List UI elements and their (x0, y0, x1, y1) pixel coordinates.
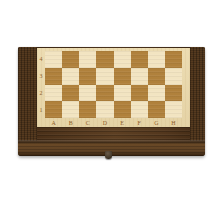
square-h1 (165, 101, 182, 118)
square-f4 (131, 51, 148, 68)
rank-label-3: 3 (37, 68, 45, 85)
chess-box-lid: 4321 ABCDEFGH (18, 47, 205, 156)
square-d2 (96, 85, 113, 102)
square-a3 (45, 68, 62, 85)
walnut-frame-left (18, 47, 37, 141)
square-b4 (62, 51, 79, 68)
product-photo: 4321 ABCDEFGH (0, 0, 220, 220)
file-label-c: C (79, 118, 96, 127)
square-a1 (45, 101, 62, 118)
square-e3 (114, 68, 131, 85)
square-g1 (148, 101, 165, 118)
square-f3 (131, 68, 148, 85)
square-h4 (165, 51, 182, 68)
square-d3 (96, 68, 113, 85)
rank-labels: 4321 (37, 51, 45, 118)
square-e2 (114, 85, 131, 102)
board-panel: 4321 ABCDEFGH (37, 48, 190, 127)
file-label-f: F (131, 118, 148, 127)
rank-label-4: 4 (37, 51, 45, 68)
square-a4 (45, 51, 62, 68)
square-c2 (79, 85, 96, 102)
square-f1 (131, 101, 148, 118)
square-c3 (79, 68, 96, 85)
square-g2 (148, 85, 165, 102)
square-g3 (148, 68, 165, 85)
square-b1 (62, 101, 79, 118)
square-e1 (114, 101, 131, 118)
rank-label-2: 2 (37, 85, 45, 102)
file-labels: ABCDEFGH (45, 118, 182, 127)
square-b3 (62, 68, 79, 85)
square-c4 (79, 51, 96, 68)
square-a2 (45, 85, 62, 102)
latch-knob (105, 151, 112, 159)
board-grid (45, 51, 182, 118)
square-e4 (114, 51, 131, 68)
square-g4 (148, 51, 165, 68)
square-c1 (79, 101, 96, 118)
file-label-a: A (45, 118, 62, 127)
file-label-d: D (96, 118, 113, 127)
square-h2 (165, 85, 182, 102)
square-d1 (96, 101, 113, 118)
walnut-frame-right (190, 47, 205, 141)
file-label-h: H (165, 118, 182, 127)
square-h3 (165, 68, 182, 85)
rank-label-1: 1 (37, 101, 45, 118)
square-d4 (96, 51, 113, 68)
file-label-b: B (62, 118, 79, 127)
square-b2 (62, 85, 79, 102)
square-f2 (131, 85, 148, 102)
file-label-g: G (148, 118, 165, 127)
file-label-e: E (114, 118, 131, 127)
